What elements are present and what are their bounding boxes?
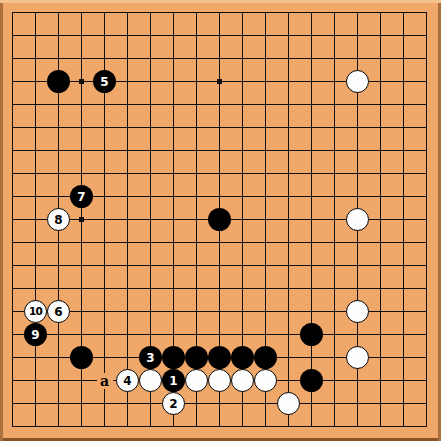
star-point xyxy=(217,79,222,84)
move-2-stone-white: 2 xyxy=(162,392,185,415)
move-5-stone-black: 5 xyxy=(93,70,116,93)
white-stone xyxy=(277,392,300,415)
white-stone xyxy=(254,369,277,392)
go-board: 57810693412a xyxy=(0,0,441,441)
grid-line-horizontal xyxy=(12,426,427,427)
white-stone xyxy=(139,369,162,392)
grid-line-vertical xyxy=(426,12,427,427)
black-stone xyxy=(231,346,254,369)
move-6-stone-white: 6 xyxy=(47,300,70,323)
black-stone xyxy=(208,208,231,231)
white-stone xyxy=(346,300,369,323)
white-stone xyxy=(208,369,231,392)
move-4-stone-white: 4 xyxy=(116,369,139,392)
grid-line-vertical xyxy=(403,12,404,427)
grid-line-vertical xyxy=(334,12,335,427)
grid-line-horizontal xyxy=(12,403,427,404)
black-stone xyxy=(300,369,323,392)
point-label-a: a xyxy=(97,373,113,389)
grid-line-vertical xyxy=(288,12,289,427)
black-stone xyxy=(162,346,185,369)
grid-line-horizontal xyxy=(12,265,427,266)
move-8-stone-white: 8 xyxy=(47,208,70,231)
move-10-stone-white: 10 xyxy=(24,300,47,323)
white-stone xyxy=(185,369,208,392)
black-stone xyxy=(208,346,231,369)
grid-line-vertical xyxy=(311,12,312,427)
move-9-stone-black: 9 xyxy=(24,323,47,346)
grid-line-vertical xyxy=(380,12,381,427)
black-stone xyxy=(185,346,208,369)
white-stone xyxy=(346,346,369,369)
black-stone xyxy=(300,323,323,346)
star-point xyxy=(79,217,84,222)
white-stone xyxy=(346,70,369,93)
white-stone xyxy=(346,208,369,231)
white-stone xyxy=(231,369,254,392)
black-stone xyxy=(70,346,93,369)
move-7-stone-black: 7 xyxy=(70,185,93,208)
black-stone xyxy=(47,70,70,93)
star-point xyxy=(79,79,84,84)
move-1-stone-black: 1 xyxy=(162,369,185,392)
black-stone xyxy=(254,346,277,369)
move-3-stone-black: 3 xyxy=(139,346,162,369)
grid-line-horizontal xyxy=(12,242,427,243)
grid-line-horizontal xyxy=(12,288,427,289)
grid-line-horizontal xyxy=(12,334,427,335)
